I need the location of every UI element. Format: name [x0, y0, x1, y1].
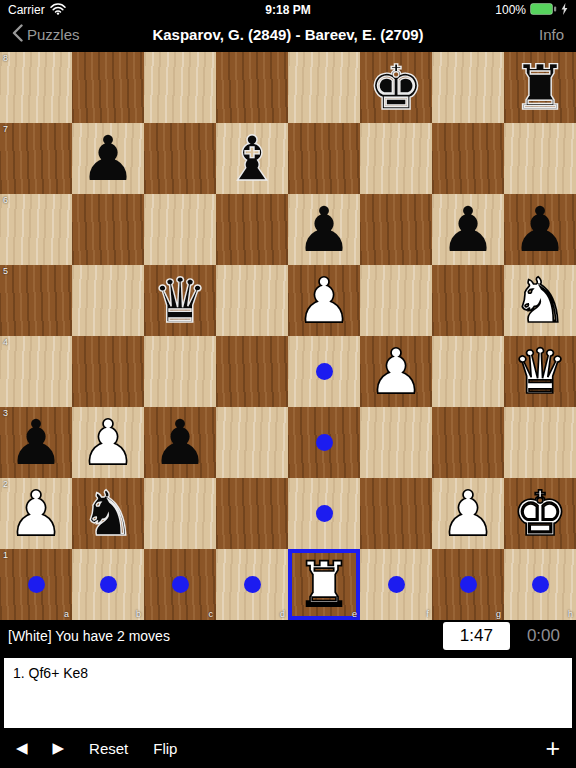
square-g4[interactable] — [432, 336, 504, 407]
square-e6[interactable]: ♟ — [288, 194, 360, 265]
piece-white-pawn: ♟ — [432, 478, 504, 549]
file-label: g — [496, 609, 501, 619]
piece-black-pawn: ♟ — [144, 407, 216, 478]
back-chevron-icon — [12, 24, 23, 45]
square-g7[interactable] — [432, 123, 504, 194]
legal-move-dot — [316, 434, 333, 451]
legal-move-dot — [532, 576, 549, 593]
file-label: f — [426, 609, 429, 619]
nav-bar: Puzzles Kasparov, G. (2849) - Bareev, E.… — [0, 20, 576, 48]
square-e4[interactable] — [288, 336, 360, 407]
piece-white-king: ♚ — [504, 478, 576, 549]
piece-white-pawn: ♟ — [0, 478, 72, 549]
square-h8[interactable]: ♜ — [504, 52, 576, 123]
square-b5[interactable] — [72, 265, 144, 336]
square-h2[interactable]: ♚ — [504, 478, 576, 549]
piece-white-knight: ♞ — [504, 265, 576, 336]
piece-white-queen: ♛ — [504, 336, 576, 407]
square-b3[interactable]: ♟ — [72, 407, 144, 478]
move-list[interactable]: 1. Qf6+ Ke8 — [4, 658, 572, 728]
file-label: b — [136, 609, 141, 619]
legal-move-dot — [28, 576, 45, 593]
status-message: [White] You have 2 moves — [8, 628, 426, 644]
square-f4[interactable]: ♟ — [360, 336, 432, 407]
back-label: Puzzles — [27, 26, 80, 43]
square-f2[interactable] — [360, 478, 432, 549]
square-d8[interactable] — [216, 52, 288, 123]
square-c5[interactable]: ♛ — [144, 265, 216, 336]
rank-label: 8 — [3, 53, 8, 63]
piece-black-pawn: ♟ — [0, 407, 72, 478]
piece-black-pawn: ♟ — [504, 194, 576, 265]
legal-move-dot — [100, 576, 117, 593]
piece-white-pawn: ♟ — [72, 407, 144, 478]
next-move-button[interactable]: ▶ — [53, 739, 65, 757]
square-g3[interactable] — [432, 407, 504, 478]
square-c3[interactable]: ♟ — [144, 407, 216, 478]
square-a8[interactable]: 8 — [0, 52, 72, 123]
square-c8[interactable] — [144, 52, 216, 123]
square-b1[interactable]: b — [72, 549, 144, 620]
square-g2[interactable]: ♟ — [432, 478, 504, 549]
rank-label: 6 — [3, 195, 8, 205]
square-h4[interactable]: ♛ — [504, 336, 576, 407]
square-d2[interactable] — [216, 478, 288, 549]
file-label: c — [209, 609, 214, 619]
square-c1[interactable]: c — [144, 549, 216, 620]
piece-black-pawn: ♟ — [72, 123, 144, 194]
square-a1[interactable]: 1a — [0, 549, 72, 620]
square-f6[interactable] — [360, 194, 432, 265]
legal-move-dot — [244, 576, 261, 593]
square-f7[interactable] — [360, 123, 432, 194]
page-title: Kasparov, G. (2849) - Bareev, E. (2709) — [132, 26, 444, 43]
square-a4[interactable]: 4 — [0, 336, 72, 407]
square-h5[interactable]: ♞ — [504, 265, 576, 336]
back-button[interactable]: Puzzles — [12, 24, 132, 45]
piece-black-rook: ♜ — [504, 52, 576, 123]
rank-label: 4 — [3, 337, 8, 347]
puzzle-status-bar: [White] You have 2 moves 1:47 0:00 — [0, 620, 576, 652]
square-a3[interactable]: 3♟ — [0, 407, 72, 478]
add-button[interactable]: + — [545, 736, 560, 761]
square-h1[interactable]: h — [504, 549, 576, 620]
square-d1[interactable]: d — [216, 549, 288, 620]
rank-label: 5 — [3, 266, 8, 276]
legal-move-dot — [460, 576, 477, 593]
square-h6[interactable]: ♟ — [504, 194, 576, 265]
legal-move-dot — [316, 363, 333, 380]
charging-bolt-icon — [561, 3, 568, 18]
piece-white-pawn: ♟ — [288, 265, 360, 336]
battery-icon — [530, 3, 557, 18]
square-f3[interactable] — [360, 407, 432, 478]
square-g6[interactable]: ♟ — [432, 194, 504, 265]
square-e8[interactable] — [288, 52, 360, 123]
square-a2[interactable]: 2♟ — [0, 478, 72, 549]
square-c2[interactable] — [144, 478, 216, 549]
square-h7[interactable] — [504, 123, 576, 194]
square-e2[interactable] — [288, 478, 360, 549]
square-d5[interactable] — [216, 265, 288, 336]
reset-button[interactable]: Reset — [89, 740, 128, 757]
piece-black-pawn: ♟ — [288, 194, 360, 265]
player-clock: 1:47 — [443, 622, 510, 650]
piece-black-pawn: ♟ — [432, 194, 504, 265]
legal-move-dot — [172, 576, 189, 593]
square-d7[interactable]: ♝ — [216, 123, 288, 194]
square-e1[interactable]: e♜ — [288, 549, 360, 620]
square-b2[interactable]: ♞ — [72, 478, 144, 549]
carrier-label: Carrier — [8, 3, 45, 17]
square-f8[interactable]: ♚ — [360, 52, 432, 123]
square-e7[interactable] — [288, 123, 360, 194]
square-e5[interactable]: ♟ — [288, 265, 360, 336]
square-e3[interactable] — [288, 407, 360, 478]
square-g1[interactable]: g — [432, 549, 504, 620]
square-d6[interactable] — [216, 194, 288, 265]
wifi-icon — [50, 3, 66, 18]
file-label: h — [568, 609, 573, 619]
flip-button[interactable]: Flip — [153, 740, 177, 757]
square-g5[interactable] — [432, 265, 504, 336]
piece-black-queen: ♛ — [144, 265, 216, 336]
file-label: a — [64, 609, 69, 619]
square-c6[interactable] — [144, 194, 216, 265]
rank-label: 7 — [3, 124, 8, 134]
square-a7[interactable]: 7 — [0, 123, 72, 194]
legal-move-dot — [388, 576, 405, 593]
square-b6[interactable] — [72, 194, 144, 265]
time-label: 9:18 PM — [178, 3, 398, 17]
legal-move-dot — [316, 505, 333, 522]
chess-board: 8♚♜7♟♝6♟♟♟5♛♟♞4♟♛3♟♟♟2♟♞♟♚1abcde♜fgh — [0, 52, 576, 620]
piece-black-knight: ♞ — [72, 478, 144, 549]
square-b8[interactable] — [72, 52, 144, 123]
status-bar: Carrier 9:18 PM 100% — [0, 0, 576, 20]
square-f5[interactable] — [360, 265, 432, 336]
square-a6[interactable]: 6 — [0, 194, 72, 265]
square-b4[interactable] — [72, 336, 144, 407]
square-a5[interactable]: 5 — [0, 265, 72, 336]
move-list-text: 1. Qf6+ Ke8 — [13, 665, 88, 681]
prev-move-button[interactable]: ◀ — [16, 739, 28, 757]
square-d4[interactable] — [216, 336, 288, 407]
piece-black-king: ♚ — [360, 52, 432, 123]
piece-white-rook: ♜ — [288, 549, 360, 620]
file-label: d — [280, 609, 285, 619]
square-b7[interactable]: ♟ — [72, 123, 144, 194]
battery-percent: 100% — [495, 3, 526, 17]
square-c4[interactable] — [144, 336, 216, 407]
square-g8[interactable] — [432, 52, 504, 123]
piece-white-pawn: ♟ — [360, 336, 432, 407]
rank-label: 1 — [3, 550, 8, 560]
piece-black-bishop: ♝ — [216, 123, 288, 194]
opponent-clock: 0:00 — [527, 626, 560, 646]
square-h3[interactable] — [504, 407, 576, 478]
square-c7[interactable] — [144, 123, 216, 194]
square-f1[interactable]: f — [360, 549, 432, 620]
bottom-toolbar: ◀ ▶ Reset Flip + — [0, 728, 576, 768]
square-d3[interactable] — [216, 407, 288, 478]
info-button[interactable]: Info — [444, 26, 564, 43]
